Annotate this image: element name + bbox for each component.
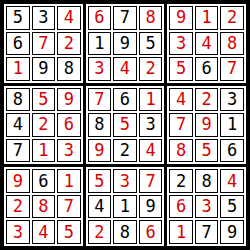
cell-r1c1[interactable]: 5 [6, 6, 30, 30]
cell-r7c5[interactable]: 3 [113, 169, 137, 193]
cell-r1c9[interactable]: 2 [220, 6, 244, 30]
cell-r4c1[interactable]: 8 [6, 88, 30, 112]
cell-r1c2[interactable]: 3 [32, 6, 56, 30]
cell-r2c7[interactable]: 3 [169, 32, 193, 56]
cell-r2c6[interactable]: 5 [139, 32, 163, 56]
cell-r8c7[interactable]: 6 [169, 195, 193, 219]
cell-r6c2[interactable]: 1 [32, 139, 56, 163]
cell-r1c6[interactable]: 8 [139, 6, 163, 30]
cell-r3c9[interactable]: 7 [220, 57, 244, 81]
cell-r2c3[interactable]: 2 [57, 32, 81, 56]
cell-r9c2[interactable]: 4 [32, 220, 56, 244]
cell-r8c1[interactable]: 2 [6, 195, 30, 219]
cell-r5c4[interactable]: 8 [88, 113, 112, 137]
cell-r1c3[interactable]: 4 [57, 6, 81, 30]
cell-r2c4[interactable]: 1 [88, 32, 112, 56]
cell-r3c7[interactable]: 5 [169, 57, 193, 81]
cell-r1c7[interactable]: 9 [169, 6, 193, 30]
cell-r8c6[interactable]: 9 [139, 195, 163, 219]
cell-r3c5[interactable]: 4 [113, 57, 137, 81]
cell-r3c2[interactable]: 9 [32, 57, 56, 81]
cell-r7c1[interactable]: 9 [6, 169, 30, 193]
cell-r5c8[interactable]: 9 [195, 113, 219, 137]
cell-r4c4[interactable]: 7 [88, 88, 112, 112]
cell-r6c7[interactable]: 8 [169, 139, 193, 163]
cell-r1c4[interactable]: 6 [88, 6, 112, 30]
cell-r5c3[interactable]: 6 [57, 113, 81, 137]
cell-r3c3[interactable]: 8 [57, 57, 81, 81]
box-7: 961287345 [4, 167, 83, 246]
cell-r7c4[interactable]: 5 [88, 169, 112, 193]
cell-r4c6[interactable]: 1 [139, 88, 163, 112]
cell-r4c3[interactable]: 9 [57, 88, 81, 112]
cell-r8c8[interactable]: 3 [195, 195, 219, 219]
cell-r3c6[interactable]: 2 [139, 57, 163, 81]
cell-r8c9[interactable]: 5 [220, 195, 244, 219]
cell-r7c9[interactable]: 4 [220, 169, 244, 193]
cell-r6c9[interactable]: 6 [220, 139, 244, 163]
cell-r9c6[interactable]: 6 [139, 220, 163, 244]
cell-r9c5[interactable]: 8 [113, 220, 137, 244]
cell-r8c3[interactable]: 7 [57, 195, 81, 219]
box-1: 534672198 [4, 4, 83, 83]
cell-r3c4[interactable]: 3 [88, 57, 112, 81]
cell-r9c8[interactable]: 7 [195, 220, 219, 244]
cell-r9c7[interactable]: 1 [169, 220, 193, 244]
box-2: 678195342 [86, 4, 165, 83]
cell-r4c7[interactable]: 4 [169, 88, 193, 112]
cell-r2c8[interactable]: 4 [195, 32, 219, 56]
cell-r7c6[interactable]: 7 [139, 169, 163, 193]
cell-r3c8[interactable]: 6 [195, 57, 219, 81]
cell-r9c9[interactable]: 9 [220, 220, 244, 244]
cell-r6c4[interactable]: 9 [88, 139, 112, 163]
cell-r2c9[interactable]: 8 [220, 32, 244, 56]
box-5: 761853924 [86, 86, 165, 165]
cell-r4c5[interactable]: 6 [113, 88, 137, 112]
cell-r2c1[interactable]: 6 [6, 32, 30, 56]
cell-r5c6[interactable]: 3 [139, 113, 163, 137]
sudoku-board: 5346721986781953429123485678594267137618… [0, 0, 250, 250]
box-3: 912348567 [167, 4, 246, 83]
cell-r4c8[interactable]: 2 [195, 88, 219, 112]
cell-r8c4[interactable]: 4 [88, 195, 112, 219]
box-9: 284635179 [167, 167, 246, 246]
cell-r4c2[interactable]: 5 [32, 88, 56, 112]
cell-r1c8[interactable]: 1 [195, 6, 219, 30]
cell-r7c3[interactable]: 1 [57, 169, 81, 193]
cell-r6c3[interactable]: 3 [57, 139, 81, 163]
cell-r5c2[interactable]: 2 [32, 113, 56, 137]
cell-r2c2[interactable]: 7 [32, 32, 56, 56]
cell-r8c5[interactable]: 1 [113, 195, 137, 219]
cell-r9c1[interactable]: 3 [6, 220, 30, 244]
cell-r6c8[interactable]: 5 [195, 139, 219, 163]
cell-r8c2[interactable]: 8 [32, 195, 56, 219]
cell-r7c2[interactable]: 6 [32, 169, 56, 193]
cell-r9c4[interactable]: 2 [88, 220, 112, 244]
cell-r7c7[interactable]: 2 [169, 169, 193, 193]
cell-r5c1[interactable]: 4 [6, 113, 30, 137]
cell-r5c7[interactable]: 7 [169, 113, 193, 137]
box-4: 859426713 [4, 86, 83, 165]
cell-r1c5[interactable]: 7 [113, 6, 137, 30]
cell-r2c5[interactable]: 9 [113, 32, 137, 56]
cell-r5c5[interactable]: 5 [113, 113, 137, 137]
cell-r9c3[interactable]: 5 [57, 220, 81, 244]
box-6: 423791856 [167, 86, 246, 165]
cell-r5c9[interactable]: 1 [220, 113, 244, 137]
cell-r6c6[interactable]: 4 [139, 139, 163, 163]
cell-r6c5[interactable]: 2 [113, 139, 137, 163]
cell-r3c1[interactable]: 1 [6, 57, 30, 81]
cell-r6c1[interactable]: 7 [6, 139, 30, 163]
cell-r7c8[interactable]: 8 [195, 169, 219, 193]
box-8: 537419286 [86, 167, 165, 246]
cell-r4c9[interactable]: 3 [220, 88, 244, 112]
